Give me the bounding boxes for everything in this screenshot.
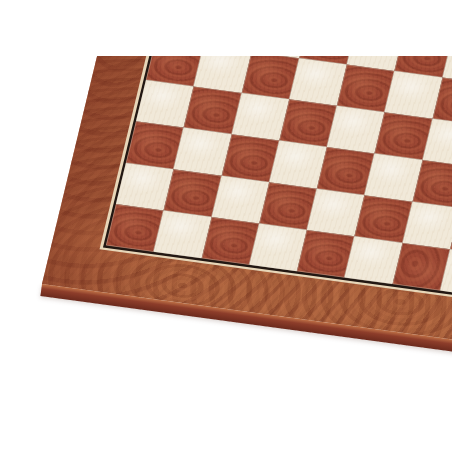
square-r6c6-light <box>402 201 452 249</box>
photo-crop-mask <box>0 0 452 56</box>
product-photo-canvas <box>0 0 452 452</box>
